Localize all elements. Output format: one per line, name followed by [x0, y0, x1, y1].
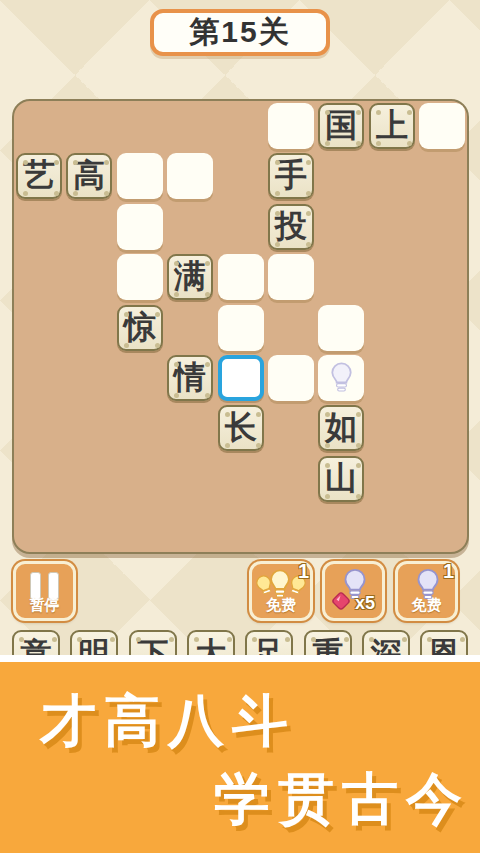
board-cell-r6-c4-filled: 长 — [218, 405, 264, 451]
board-cell-r3-c4-empty[interactable] — [218, 254, 264, 300]
board-cell-r6-c6-filled: 如 — [318, 405, 364, 451]
tile-corner-dots — [73, 160, 78, 165]
tile-corner-dots — [194, 637, 199, 642]
tile-corner-dots — [311, 637, 316, 642]
board-cell-r2-c5-filled: 投 — [268, 204, 314, 250]
board-cell-r2-c2-empty[interactable] — [117, 204, 163, 250]
hint-bulb-icon — [328, 361, 355, 395]
tile-corner-dots — [376, 110, 381, 115]
board-cell-r0-c8-empty[interactable] — [419, 103, 465, 149]
tile-corner-dots — [124, 312, 129, 317]
tile-corner-dots — [252, 637, 257, 642]
hint-button-free-blue[interactable]: 1 免费 — [395, 561, 458, 621]
board-cell-r3-c5-empty[interactable] — [268, 254, 314, 300]
pause-label: 暂停 — [16, 596, 73, 615]
tile-corner-dots — [427, 637, 432, 642]
tile-corner-dots — [225, 412, 230, 417]
tile-corner-dots — [369, 637, 374, 642]
idiom-text-1: 才高八斗 — [40, 684, 296, 760]
board-cell-r5-c5-empty[interactable] — [268, 355, 314, 401]
level-banner: 第15关 — [150, 9, 330, 56]
board-cell-r1-c0-filled: 艺 — [16, 153, 62, 199]
hint-free-label: 免费 — [252, 596, 310, 615]
board-cell-r5-c4-selected[interactable] — [218, 355, 264, 401]
tile-corner-dots — [136, 637, 141, 642]
board-cell-r0-c5-empty[interactable] — [268, 103, 314, 149]
tile-corner-dots — [174, 362, 179, 367]
board-cell-r5-c3-filled: 情 — [167, 355, 213, 401]
tile-corner-dots — [19, 637, 24, 642]
hint-button-free-yellow[interactable]: 1 免费 — [249, 561, 313, 621]
hint-button-gem[interactable]: x5 — [322, 561, 385, 621]
tile-corner-dots — [275, 160, 280, 165]
board-cell-r1-c1-filled: 高 — [66, 153, 112, 199]
tile-corner-dots — [23, 160, 28, 165]
board-cell-r0-c7-filled: 上 — [369, 103, 415, 149]
board-cell-r1-c2-empty[interactable] — [117, 153, 163, 199]
tile-corner-dots — [325, 463, 330, 468]
board-cell-r4-c2-filled: 惊 — [117, 305, 163, 351]
game-screen: 第15关 国上艺高手投满惊情长如山 意明下大足重深恩 暂停 1 免费 x5 1 … — [0, 0, 480, 853]
tile-corner-dots — [325, 110, 330, 115]
idiom-text-2: 学贯古今 — [214, 762, 470, 838]
tile-corner-dots — [325, 412, 330, 417]
board-cell-r7-c6-filled: 山 — [318, 456, 364, 502]
board-cell-r1-c3-empty[interactable] — [167, 153, 213, 199]
board-cell-r1-c5-filled: 手 — [268, 153, 314, 199]
board-cell-r3-c3-filled: 满 — [167, 254, 213, 300]
pause-button[interactable]: 暂停 — [13, 561, 76, 621]
board-cell-r0-c6-filled: 国 — [318, 103, 364, 149]
board-cell-r5-c6-hint[interactable] — [318, 355, 364, 401]
tile-corner-dots — [174, 261, 179, 266]
board-cell-r4-c6-empty[interactable] — [318, 305, 364, 351]
board-cell-r3-c2-empty[interactable] — [117, 254, 163, 300]
board-cell-r4-c4-empty[interactable] — [218, 305, 264, 351]
hint-free-label: 免费 — [398, 596, 455, 615]
overlay-top-strip — [0, 655, 480, 662]
gem-icon — [330, 590, 352, 612]
idiom-banner-overlay: 才高八斗 学贯古今 — [0, 662, 480, 853]
tile-corner-dots — [77, 637, 82, 642]
level-banner-text: 第15关 — [189, 12, 290, 53]
gem-cost-label: x5 — [355, 593, 375, 614]
hint-count-badge: 1 — [443, 560, 454, 583]
tile-corner-dots — [275, 211, 280, 216]
hint-count-badge: 1 — [298, 560, 309, 583]
